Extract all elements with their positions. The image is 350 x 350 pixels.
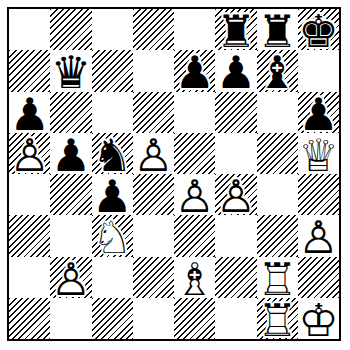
piece-black-pawn[interactable]: ♟ [9, 92, 50, 133]
piece-white-pawn[interactable]: ♟♙ [50, 257, 91, 298]
square-c2[interactable] [92, 257, 133, 298]
piece-white-knight[interactable]: ♞♘ [92, 215, 133, 256]
piece-black-rook[interactable]: ♜ [215, 9, 256, 50]
square-d5[interactable]: ♟♙ [133, 133, 174, 174]
square-f7[interactable]: ♟ [215, 50, 256, 91]
square-e6[interactable] [174, 92, 215, 133]
board-grid: ♜♜♚♛♟♟♝♟♟♟♙♟♞♟♙♛♕♟♟♙♟♙♞♘♟♙♟♙♝♗♜♖♜♖♚♔ [9, 9, 339, 339]
piece-black-king[interactable]: ♚ [298, 9, 339, 50]
square-c8[interactable] [92, 9, 133, 50]
square-f4[interactable]: ♟♙ [215, 174, 256, 215]
square-d3[interactable] [133, 215, 174, 256]
square-e7[interactable]: ♟ [174, 50, 215, 91]
square-b7[interactable]: ♛ [50, 50, 91, 91]
black-bishop-glyph: ♝ [257, 52, 298, 93]
square-b6[interactable] [50, 92, 91, 133]
piece-black-rook[interactable]: ♜ [257, 9, 298, 50]
square-g5[interactable] [257, 133, 298, 174]
white-pawn-outline: ♙ [9, 134, 50, 175]
square-b1[interactable] [50, 298, 91, 339]
piece-white-rook[interactable]: ♜♖ [257, 298, 298, 339]
square-h7[interactable] [298, 50, 339, 91]
piece-black-bishop[interactable]: ♝ [257, 50, 298, 91]
square-a5[interactable]: ♟♙ [9, 133, 50, 174]
square-f8[interactable]: ♜ [215, 9, 256, 50]
square-a4[interactable] [9, 174, 50, 215]
square-b2[interactable]: ♟♙ [50, 257, 91, 298]
square-d4[interactable] [133, 174, 174, 215]
square-g1[interactable]: ♜♖ [257, 298, 298, 339]
square-g8[interactable]: ♜ [257, 9, 298, 50]
square-a2[interactable] [9, 257, 50, 298]
square-f5[interactable] [215, 133, 256, 174]
piece-black-pawn[interactable]: ♟ [92, 174, 133, 215]
square-a1[interactable] [9, 298, 50, 339]
square-b8[interactable] [50, 9, 91, 50]
piece-white-pawn[interactable]: ♟♙ [215, 174, 256, 215]
square-c5[interactable]: ♞ [92, 133, 133, 174]
piece-white-pawn[interactable]: ♟♙ [174, 174, 215, 215]
square-g4[interactable] [257, 174, 298, 215]
square-h2[interactable] [298, 257, 339, 298]
square-h6[interactable]: ♟ [298, 92, 339, 133]
square-c3[interactable]: ♞♘ [92, 215, 133, 256]
square-h1[interactable]: ♚♔ [298, 298, 339, 339]
white-bishop-outline: ♗ [174, 258, 215, 299]
piece-white-pawn[interactable]: ♟♙ [9, 133, 50, 174]
square-a8[interactable] [9, 9, 50, 50]
square-g2[interactable]: ♜♖ [257, 257, 298, 298]
square-d2[interactable] [133, 257, 174, 298]
square-h5[interactable]: ♛♕ [298, 133, 339, 174]
square-a3[interactable] [9, 215, 50, 256]
piece-white-king[interactable]: ♚♔ [298, 298, 339, 339]
black-king-glyph: ♚ [298, 11, 339, 52]
piece-white-queen[interactable]: ♛♕ [298, 133, 339, 174]
white-knight-outline: ♘ [92, 217, 133, 258]
square-b5[interactable]: ♟ [50, 133, 91, 174]
piece-black-queen[interactable]: ♛ [50, 50, 91, 91]
piece-black-pawn[interactable]: ♟ [50, 133, 91, 174]
square-d6[interactable] [133, 92, 174, 133]
black-pawn-glyph: ♟ [215, 52, 256, 93]
piece-black-pawn[interactable]: ♟ [174, 50, 215, 91]
square-a6[interactable]: ♟ [9, 92, 50, 133]
piece-black-pawn[interactable]: ♟ [215, 50, 256, 91]
square-e8[interactable] [174, 9, 215, 50]
square-c6[interactable] [92, 92, 133, 133]
square-e1[interactable] [174, 298, 215, 339]
square-c1[interactable] [92, 298, 133, 339]
square-f2[interactable] [215, 257, 256, 298]
square-g3[interactable] [257, 215, 298, 256]
white-pawn-outline: ♙ [50, 258, 91, 299]
piece-white-pawn[interactable]: ♟♙ [298, 215, 339, 256]
square-b4[interactable] [50, 174, 91, 215]
black-pawn-glyph: ♟ [174, 52, 215, 93]
piece-white-rook[interactable]: ♜♖ [257, 257, 298, 298]
square-f1[interactable] [215, 298, 256, 339]
piece-white-pawn[interactable]: ♟♙ [133, 133, 174, 174]
chess-board-frame: ♜♜♚♛♟♟♝♟♟♟♙♟♞♟♙♛♕♟♟♙♟♙♞♘♟♙♟♙♝♗♜♖♜♖♚♔ [7, 7, 341, 341]
square-c7[interactable] [92, 50, 133, 91]
square-g6[interactable] [257, 92, 298, 133]
piece-white-bishop[interactable]: ♝♗ [174, 257, 215, 298]
square-a7[interactable] [9, 50, 50, 91]
white-pawn-outline: ♙ [298, 217, 339, 258]
square-e3[interactable] [174, 215, 215, 256]
black-queen-glyph: ♛ [50, 52, 91, 93]
white-king-outline: ♔ [298, 299, 339, 340]
square-c4[interactable]: ♟ [92, 174, 133, 215]
white-pawn-outline: ♙ [215, 176, 256, 217]
white-queen-outline: ♕ [298, 134, 339, 175]
square-f3[interactable] [215, 215, 256, 256]
square-e5[interactable] [174, 133, 215, 174]
square-d1[interactable] [133, 298, 174, 339]
square-f6[interactable] [215, 92, 256, 133]
square-b3[interactable] [50, 215, 91, 256]
square-h3[interactable]: ♟♙ [298, 215, 339, 256]
white-pawn-outline: ♙ [133, 134, 174, 175]
square-g7[interactable]: ♝ [257, 50, 298, 91]
square-e4[interactable]: ♟♙ [174, 174, 215, 215]
square-e2[interactable]: ♝♗ [174, 257, 215, 298]
piece-black-pawn[interactable]: ♟ [298, 92, 339, 133]
square-h4[interactable] [298, 174, 339, 215]
piece-black-knight[interactable]: ♞ [92, 133, 133, 174]
square-h8[interactable]: ♚ [298, 9, 339, 50]
white-rook-outline: ♖ [257, 299, 298, 340]
square-d7[interactable] [133, 50, 174, 91]
square-d8[interactable] [133, 9, 174, 50]
white-pawn-outline: ♙ [174, 176, 215, 217]
black-pawn-glyph: ♟ [50, 134, 91, 175]
